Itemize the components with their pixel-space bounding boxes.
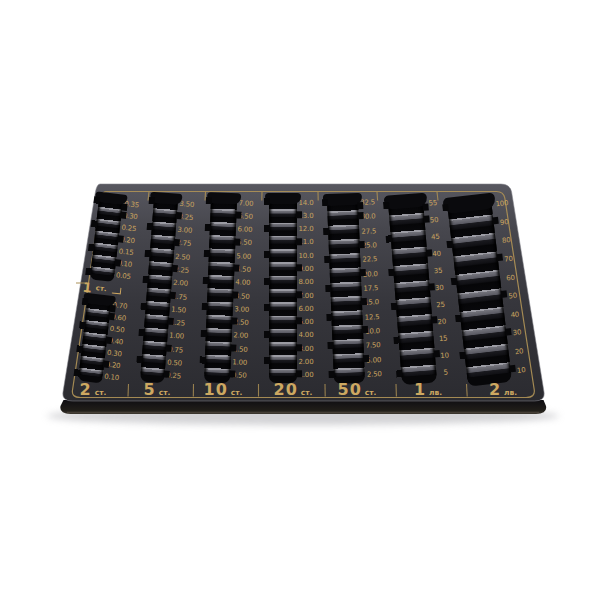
denomination-unit: ст. — [159, 388, 171, 397]
coin-slot-channel — [269, 196, 297, 382]
slot-notches-left — [264, 198, 270, 380]
denomination-numeral: 2 — [489, 382, 501, 398]
denomination-numeral: 1 — [414, 382, 426, 398]
denomination-numeral: 5 — [144, 382, 156, 398]
slot-section: 7.006.506.005.505.004.504.003.503.002.50… — [204, 195, 255, 383]
denomination-numeral: 50 — [338, 382, 362, 398]
coin-slot-channel — [78, 296, 111, 382]
section-bracket-mark — [111, 286, 122, 295]
denomination-label-6: 1лв. — [414, 382, 442, 398]
denomination-unit: ст. — [231, 388, 243, 397]
coin-slot-channel — [204, 195, 237, 382]
denomination-numeral: 10 — [204, 382, 228, 398]
denomination-label-1: 2ст. — [80, 382, 107, 398]
denomination-label-2: 5ст. — [144, 382, 171, 398]
denomination-label-7: 2лв. — [489, 382, 517, 398]
section-label-unit: ст. — [95, 284, 107, 293]
denomination-unit: ст. — [365, 388, 377, 397]
coin-slot-channel — [90, 195, 123, 281]
denomination-label-3: 10ст. — [204, 382, 243, 398]
slot-section: 14.013.012.011.010.09.008.007.006.005.00… — [269, 196, 315, 382]
denomination-label-4: 20ст. — [274, 382, 313, 398]
denomination-unit: лв. — [504, 388, 517, 397]
column-10st: 7.006.506.005.505.004.504.003.503.002.50… — [204, 195, 255, 383]
column-20st: 14.013.012.011.010.09.008.007.006.005.00… — [269, 196, 315, 382]
denomination-unit: ст. — [301, 388, 313, 397]
denomination-numeral: 20 — [274, 382, 298, 398]
denomination-unit: ст. — [95, 388, 107, 397]
coin-tray-photo: 0.350.300.250.200.150.100.051ст.0.700.60… — [0, 0, 600, 600]
coin-slot-channel — [327, 196, 365, 383]
denomination-unit: лв. — [429, 388, 442, 397]
slot-notches-right — [296, 198, 302, 380]
column-50st: 32.530.027.525.022.520.017.515.012.510.0… — [327, 195, 384, 383]
denomination-numeral: 2 — [80, 382, 92, 398]
denomination-label-5: 50ст. — [338, 382, 377, 398]
slot-section: 32.530.027.525.022.520.017.515.012.510.0… — [327, 195, 384, 383]
coin-slot-channel — [388, 196, 437, 384]
